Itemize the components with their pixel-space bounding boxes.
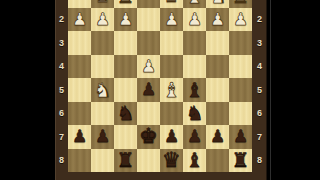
square-f4 <box>114 55 137 79</box>
square-e4: ♟ <box>137 55 160 79</box>
rank-label-right-7: 7 <box>252 125 267 149</box>
square-d7: ♟ <box>160 125 183 149</box>
square-f1: ♜ <box>114 0 137 8</box>
black-rook-a8: ♜ <box>232 150 250 170</box>
square-b3 <box>206 31 229 55</box>
square-a5 <box>229 78 252 102</box>
square-g5: ♞ <box>91 78 114 102</box>
black-rook-f8: ♜ <box>117 150 135 170</box>
black-pawn-c7: ♟ <box>187 128 202 145</box>
square-c7: ♟ <box>183 125 206 149</box>
black-bishop-c5: ♝ <box>186 79 204 99</box>
square-g7: ♟ <box>91 125 114 149</box>
square-e7: ♚ <box>137 125 160 149</box>
white-pawn-e4: ♟ <box>141 57 156 74</box>
square-h1 <box>68 0 91 8</box>
black-pawn-e5: ♟ <box>141 81 156 98</box>
square-a1: ♜ <box>229 0 252 8</box>
square-a8: ♜ <box>229 149 252 173</box>
square-h2: ♟ <box>68 8 91 32</box>
rank-label-left-4: 4 <box>55 55 68 79</box>
black-pawn-a7: ♟ <box>233 128 248 145</box>
square-d5: ♝ <box>160 78 183 102</box>
white-bishop-c1: ♝ <box>186 0 204 5</box>
white-pawn-f2: ♟ <box>118 10 133 27</box>
square-f7 <box>114 125 137 149</box>
white-bishop-d5: ♝ <box>163 79 181 99</box>
square-e5: ♟ <box>137 78 160 102</box>
black-knight-f6: ♞ <box>117 103 135 123</box>
rank-label-right-2: 2 <box>252 8 267 32</box>
square-a2: ♟ <box>229 8 252 32</box>
square-h6 <box>68 102 91 126</box>
square-g3 <box>91 31 114 55</box>
square-f3 <box>114 31 137 55</box>
white-queen-d1: ♛ <box>162 0 181 6</box>
square-f2: ♟ <box>114 8 137 32</box>
white-pawn-b2: ♟ <box>210 10 225 27</box>
rank-label-left-2: 2 <box>55 8 68 32</box>
square-d8: ♛ <box>160 149 183 173</box>
white-knight-b1: ♞ <box>209 0 227 5</box>
rank-label-left-7: 7 <box>55 125 68 149</box>
square-f6: ♞ <box>114 102 137 126</box>
square-d3 <box>160 31 183 55</box>
square-f5 <box>114 78 137 102</box>
square-a7: ♟ <box>229 125 252 149</box>
white-rook-a1: ♜ <box>232 0 250 5</box>
rank-label-right-8: 8 <box>252 149 267 173</box>
white-rook-f1: ♜ <box>117 0 135 5</box>
white-pawn-d2: ♟ <box>164 10 179 27</box>
square-h5 <box>68 78 91 102</box>
square-b6 <box>206 102 229 126</box>
black-knight-c6: ♞ <box>186 103 204 123</box>
square-c5: ♝ <box>183 78 206 102</box>
white-king-g1: ♚ <box>93 0 112 6</box>
white-pawn-a2: ♟ <box>233 10 248 27</box>
square-d1: ♛ <box>160 0 183 8</box>
square-c2: ♟ <box>183 8 206 32</box>
chess-board: ♚♜♛♝♞♜♟♟♟♟♟♟♟♟♞♟♝♝♞♞♟♟♚♟♟♟♟♜♛♝♜ <box>68 0 252 172</box>
square-b7: ♟ <box>206 125 229 149</box>
square-h4 <box>68 55 91 79</box>
letterbox-artifact-line <box>270 0 271 180</box>
square-d6 <box>160 102 183 126</box>
square-b4 <box>206 55 229 79</box>
rank-label-left-1: 1 <box>55 0 68 8</box>
square-c6: ♞ <box>183 102 206 126</box>
square-b5 <box>206 78 229 102</box>
black-pawn-d7: ♟ <box>164 128 179 145</box>
black-pawn-g7: ♟ <box>95 128 110 145</box>
square-e6 <box>137 102 160 126</box>
black-queen-d8: ♛ <box>162 149 181 170</box>
square-g4 <box>91 55 114 79</box>
square-d2: ♟ <box>160 8 183 32</box>
rank-label-left-5: 5 <box>55 78 68 102</box>
black-bishop-c8: ♝ <box>186 150 204 170</box>
video-frame: ♚♜♛♝♞♜♟♟♟♟♟♟♟♟♞♟♝♝♞♞♟♟♚♟♟♟♟♜♛♝♜ 11223344… <box>0 0 320 180</box>
rank-label-right-6: 6 <box>252 102 267 126</box>
square-e8 <box>137 149 160 173</box>
chess-board-frame: ♚♜♛♝♞♜♟♟♟♟♟♟♟♟♞♟♝♝♞♞♟♟♚♟♟♟♟♜♛♝♜ 11223344… <box>55 0 267 180</box>
rank-label-right-1: 1 <box>252 0 267 8</box>
square-b1: ♞ <box>206 0 229 8</box>
white-pawn-g2: ♟ <box>95 10 110 27</box>
rank-label-right-4: 4 <box>252 55 267 79</box>
square-g8 <box>91 149 114 173</box>
square-g6 <box>91 102 114 126</box>
square-a6 <box>229 102 252 126</box>
square-g1: ♚ <box>91 0 114 8</box>
square-g2: ♟ <box>91 8 114 32</box>
square-c4 <box>183 55 206 79</box>
black-king-e7: ♚ <box>139 126 158 147</box>
white-pawn-h2: ♟ <box>72 10 87 27</box>
square-c8: ♝ <box>183 149 206 173</box>
rank-label-left-3: 3 <box>55 31 68 55</box>
rank-label-left-8: 8 <box>55 149 68 173</box>
square-h7: ♟ <box>68 125 91 149</box>
black-pawn-h7: ♟ <box>72 128 87 145</box>
black-pawn-b7: ♟ <box>210 128 225 145</box>
white-pawn-c2: ♟ <box>187 10 202 27</box>
white-knight-g5: ♞ <box>94 79 112 99</box>
square-e3 <box>137 31 160 55</box>
square-c1: ♝ <box>183 0 206 8</box>
square-c3 <box>183 31 206 55</box>
square-a4 <box>229 55 252 79</box>
square-d4 <box>160 55 183 79</box>
rank-label-right-5: 5 <box>252 78 267 102</box>
square-b2: ♟ <box>206 8 229 32</box>
square-h8 <box>68 149 91 173</box>
square-a3 <box>229 31 252 55</box>
square-b8 <box>206 149 229 173</box>
rank-label-left-6: 6 <box>55 102 68 126</box>
square-e1 <box>137 0 160 8</box>
square-e2 <box>137 8 160 32</box>
rank-label-right-3: 3 <box>252 31 267 55</box>
square-f8: ♜ <box>114 149 137 173</box>
square-h3 <box>68 31 91 55</box>
